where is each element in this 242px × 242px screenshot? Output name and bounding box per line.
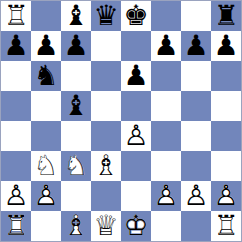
square-d5[interactable] [91,91,121,121]
square-d2[interactable] [91,181,121,211]
square-f4[interactable] [151,121,181,151]
square-g6[interactable] [181,61,211,91]
piece-white-pawn-icon[interactable]: ♟♙ [1,181,31,211]
white-piece-outline-layer: ♕ [91,211,121,241]
piece-black-knight-icon[interactable]: ♞ [31,61,61,91]
square-a2[interactable]: ♟♙ [1,181,31,211]
square-f3[interactable] [151,151,181,181]
square-f7[interactable]: ♟ [151,31,181,61]
piece-white-rook-icon[interactable]: ♜♖ [211,211,241,241]
square-d1[interactable]: ♛♕ [91,211,121,241]
square-h7[interactable]: ♟ [211,31,241,61]
square-d7[interactable] [91,31,121,61]
square-a8[interactable]: ♜♖ [1,1,31,31]
piece-black-king-icon[interactable]: ♚ [121,1,151,31]
black-piece-glyph: ♚ [121,1,151,31]
square-h2[interactable]: ♟♙ [211,181,241,211]
chess-board: ♜♖♝♛♚♜♟♟♟♟♟♟♞♟♝♟♙♞♘♞♘♝♗♟♙♟♙♟♙♟♙♟♙♜♖♝♗♛♕♚… [0,0,242,242]
piece-white-rook-icon[interactable]: ♜♖ [1,1,31,31]
white-piece-outline-layer: ♘ [31,151,61,181]
black-piece-glyph: ♟ [121,61,151,91]
piece-white-king-icon[interactable]: ♚♔ [121,211,151,241]
square-b4[interactable] [31,121,61,151]
square-f6[interactable] [151,61,181,91]
square-e5[interactable] [121,91,151,121]
square-e4[interactable]: ♟♙ [121,121,151,151]
square-f8[interactable] [151,1,181,31]
square-h4[interactable] [211,121,241,151]
square-b2[interactable]: ♟♙ [31,181,61,211]
square-e6[interactable]: ♟ [121,61,151,91]
piece-white-bishop-icon[interactable]: ♝♗ [61,211,91,241]
white-piece-outline-layer: ♖ [1,1,31,31]
piece-white-bishop-icon[interactable]: ♝♗ [91,151,121,181]
piece-white-knight-icon[interactable]: ♞♘ [31,151,61,181]
square-b7[interactable]: ♟ [31,31,61,61]
white-piece-outline-layer: ♘ [61,151,91,181]
square-c6[interactable] [61,61,91,91]
square-b6[interactable]: ♞ [31,61,61,91]
piece-white-knight-icon[interactable]: ♞♘ [61,151,91,181]
black-piece-glyph: ♜ [211,1,241,31]
black-piece-glyph: ♟ [181,31,211,61]
square-f2[interactable]: ♟♙ [151,181,181,211]
piece-black-pawn-icon[interactable]: ♟ [31,31,61,61]
square-g5[interactable] [181,91,211,121]
black-piece-glyph: ♟ [151,31,181,61]
piece-black-pawn-icon[interactable]: ♟ [61,31,91,61]
piece-white-pawn-icon[interactable]: ♟♙ [211,181,241,211]
piece-black-pawn-icon[interactable]: ♟ [151,31,181,61]
square-f5[interactable] [151,91,181,121]
square-a6[interactable] [1,61,31,91]
square-c2[interactable] [61,181,91,211]
white-piece-outline-layer: ♗ [61,211,91,241]
white-piece-outline-layer: ♗ [91,151,121,181]
piece-black-bishop-icon[interactable]: ♝ [61,91,91,121]
square-d6[interactable] [91,61,121,91]
black-piece-glyph: ♝ [61,1,91,31]
white-piece-outline-layer: ♙ [31,181,61,211]
black-piece-glyph: ♟ [211,31,241,61]
square-b1[interactable] [31,211,61,241]
square-g3[interactable] [181,151,211,181]
square-c3[interactable]: ♞♘ [61,151,91,181]
square-e3[interactable] [121,151,151,181]
square-a5[interactable] [1,91,31,121]
piece-black-pawn-icon[interactable]: ♟ [181,31,211,61]
white-piece-outline-layer: ♙ [1,181,31,211]
square-b5[interactable] [31,91,61,121]
black-piece-glyph: ♝ [61,91,91,121]
square-c7[interactable]: ♟ [61,31,91,61]
square-g8[interactable] [181,1,211,31]
black-piece-glyph: ♟ [31,31,61,61]
piece-white-pawn-icon[interactable]: ♟♙ [181,181,211,211]
square-d8[interactable]: ♛ [91,1,121,31]
square-c8[interactable]: ♝ [61,1,91,31]
square-a3[interactable] [1,151,31,181]
square-f1[interactable] [151,211,181,241]
white-piece-outline-layer: ♖ [211,211,241,241]
piece-white-pawn-icon[interactable]: ♟♙ [31,181,61,211]
black-piece-glyph: ♞ [31,61,61,91]
black-piece-glyph: ♟ [61,31,91,61]
white-piece-outline-layer: ♖ [1,211,31,241]
square-a4[interactable] [1,121,31,151]
square-g4[interactable] [181,121,211,151]
square-b3[interactable]: ♞♘ [31,151,61,181]
square-e7[interactable] [121,31,151,61]
square-e8[interactable]: ♚ [121,1,151,31]
square-a1[interactable]: ♜♖ [1,211,31,241]
square-h1[interactable]: ♜♖ [211,211,241,241]
white-piece-outline-layer: ♔ [121,211,151,241]
piece-white-rook-icon[interactable]: ♜♖ [1,211,31,241]
square-b8[interactable] [31,1,61,31]
piece-black-bishop-icon[interactable]: ♝ [61,1,91,31]
square-g2[interactable]: ♟♙ [181,181,211,211]
white-piece-outline-layer: ♙ [151,181,181,211]
white-piece-outline-layer: ♙ [211,181,241,211]
square-g7[interactable]: ♟ [181,31,211,61]
square-d4[interactable] [91,121,121,151]
square-e1[interactable]: ♚♔ [121,211,151,241]
square-h6[interactable] [211,61,241,91]
square-c4[interactable] [61,121,91,151]
square-c1[interactable]: ♝♗ [61,211,91,241]
piece-black-queen-icon[interactable]: ♛ [91,1,121,31]
piece-white-pawn-icon[interactable]: ♟♙ [151,181,181,211]
square-e2[interactable] [121,181,151,211]
black-piece-glyph: ♟ [1,31,31,61]
white-piece-outline-layer: ♙ [121,121,151,151]
square-a7[interactable]: ♟ [1,31,31,61]
square-g1[interactable] [181,211,211,241]
piece-black-pawn-icon[interactable]: ♟ [1,31,31,61]
black-piece-glyph: ♛ [91,1,121,31]
piece-black-pawn-icon[interactable]: ♟ [211,31,241,61]
piece-black-rook-icon[interactable]: ♜ [211,1,241,31]
piece-white-queen-icon[interactable]: ♛♕ [91,211,121,241]
square-d3[interactable]: ♝♗ [91,151,121,181]
piece-white-pawn-icon[interactable]: ♟♙ [121,121,151,151]
square-h3[interactable] [211,151,241,181]
piece-black-pawn-icon[interactable]: ♟ [121,61,151,91]
square-c5[interactable]: ♝ [61,91,91,121]
white-piece-outline-layer: ♙ [181,181,211,211]
square-h5[interactable] [211,91,241,121]
square-h8[interactable]: ♜ [211,1,241,31]
